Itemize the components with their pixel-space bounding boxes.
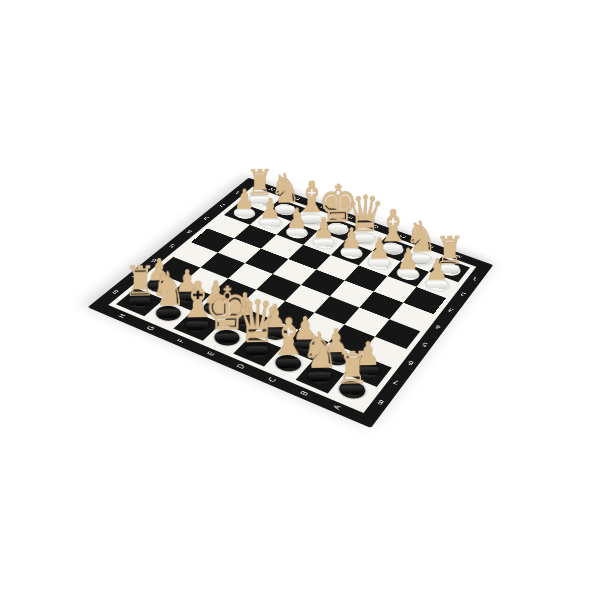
white-pawn-icon: ♟: [368, 235, 391, 263]
piece-upright-white-pawn: ♟: [313, 215, 335, 247]
board-grid: ♜♞♝♛♚♝♞♜♟♟♟♟♟♟♟♟♟♟♟♟♟♟♟♟♜♞♝♛♚♝♞♜: [116, 190, 470, 408]
piece-upright-white-pawn: ♟: [397, 245, 420, 278]
white-pawn-icon: ♟: [340, 225, 363, 253]
white-pawn-icon: ♟: [260, 195, 282, 222]
product-photo-scene: ♜♞♝♛♚♝♞♜♟♟♟♟♟♟♟♟♟♟♟♟♟♟♟♟♜♞♝♛♚♝♞♜ABCDEFGH…: [0, 0, 600, 600]
chess-board: ♜♞♝♛♚♝♞♜♟♟♟♟♟♟♟♟♟♟♟♟♟♟♟♟♜♞♝♛♚♝♞♜ABCDEFGH…: [88, 178, 493, 428]
piece-upright-white-pawn: ♟: [286, 205, 308, 237]
perspective-wrapper: ♜♞♝♛♚♝♞♜♟♟♟♟♟♟♟♟♟♟♟♟♟♟♟♟♜♞♝♛♚♝♞♜ABCDEFGH…: [11, 0, 587, 600]
camera-tilt-wrapper: ♜♞♝♛♚♝♞♜♟♟♟♟♟♟♟♟♟♟♟♟♟♟♟♟♜♞♝♛♚♝♞♜ABCDEFGH…: [11, 0, 587, 600]
piece-upright-white-pawn: ♟: [234, 186, 256, 217]
white-pawn-icon: ♟: [286, 205, 308, 232]
white-pawn-icon: ♟: [397, 245, 420, 273]
white-pawn-icon: ♟: [426, 255, 449, 283]
black-knight-icon: ♞: [300, 328, 339, 376]
piece-upright-black-rook: ♜: [335, 346, 370, 395]
piece-upright-black-knight: ♞: [300, 328, 339, 382]
white-pawn-icon: ♟: [313, 215, 335, 242]
mat-inner-margin: ♜♞♝♛♚♝♞♜♟♟♟♟♟♟♟♟♟♟♟♟♟♟♟♟♜♞♝♛♚♝♞♜: [108, 187, 476, 413]
square-a8: ♜: [328, 374, 377, 408]
square-c3: [345, 265, 388, 291]
piece-upright-white-pawn: ♟: [426, 255, 449, 288]
piece-upright-white-pawn: ♟: [368, 235, 391, 268]
white-pawn-icon: ♟: [234, 186, 256, 213]
piece-upright-white-pawn: ♟: [340, 225, 363, 257]
piece-upright-white-pawn: ♟: [260, 195, 282, 226]
black-rook-icon: ♜: [335, 346, 370, 389]
